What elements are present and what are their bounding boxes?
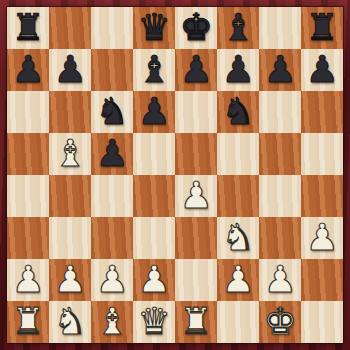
white-knight-f3[interactable]: ♞ [221,219,254,256]
white-pawn-a2[interactable]: ♟ [11,261,44,298]
square-e6[interactable] [175,91,217,133]
square-e4[interactable]: ♟ [175,175,217,217]
black-bishop-f8[interactable]: ♝ [221,9,254,46]
square-a3[interactable] [7,217,49,259]
square-g6[interactable] [259,91,301,133]
square-d3[interactable] [133,217,175,259]
black-rook-a8[interactable]: ♜ [11,9,44,46]
black-rook-h8[interactable]: ♜ [305,9,338,46]
black-pawn-d6[interactable]: ♟ [137,93,170,130]
square-e5[interactable] [175,133,217,175]
white-pawn-g2[interactable]: ♟ [263,261,296,298]
square-b6[interactable] [49,91,91,133]
white-pawn-f2[interactable]: ♟ [221,261,254,298]
white-pawn-d2[interactable]: ♟ [137,261,170,298]
black-pawn-e7[interactable]: ♟ [179,51,212,88]
square-f7[interactable]: ♟ [217,49,259,91]
square-f4[interactable] [217,175,259,217]
square-h2[interactable] [301,259,343,301]
square-g1[interactable]: ♚ [259,301,301,343]
square-c3[interactable] [91,217,133,259]
black-pawn-f7[interactable]: ♟ [221,51,254,88]
square-g8[interactable] [259,7,301,49]
black-pawn-b7[interactable]: ♟ [53,51,86,88]
white-pawn-e4[interactable]: ♟ [179,177,212,214]
square-b8[interactable] [49,7,91,49]
square-e8[interactable]: ♚ [175,7,217,49]
square-a2[interactable]: ♟ [7,259,49,301]
white-bishop-b5[interactable]: ♝ [53,135,86,172]
square-h5[interactable] [301,133,343,175]
white-pawn-c2[interactable]: ♟ [95,261,128,298]
square-d5[interactable] [133,133,175,175]
chess-board: ♜♛♚♝♜♟♟♝♟♟♟♟♞♟♞♝♟♟♞♟♟♟♟♟♟♟♜♞♝♛♜♚ [7,7,343,343]
black-king-e8[interactable]: ♚ [179,9,212,46]
square-h4[interactable] [301,175,343,217]
square-c5[interactable]: ♟ [91,133,133,175]
square-d2[interactable]: ♟ [133,259,175,301]
square-a8[interactable]: ♜ [7,7,49,49]
square-d7[interactable]: ♝ [133,49,175,91]
square-a5[interactable] [7,133,49,175]
white-rook-e1[interactable]: ♜ [179,303,212,340]
square-c4[interactable] [91,175,133,217]
square-a4[interactable] [7,175,49,217]
black-pawn-h7[interactable]: ♟ [305,51,338,88]
white-pawn-b2[interactable]: ♟ [53,261,86,298]
square-a1[interactable]: ♜ [7,301,49,343]
square-c8[interactable] [91,7,133,49]
black-pawn-g7[interactable]: ♟ [263,51,296,88]
white-queen-d1[interactable]: ♛ [137,303,170,340]
black-knight-c6[interactable]: ♞ [95,93,128,130]
square-c6[interactable]: ♞ [91,91,133,133]
square-h6[interactable] [301,91,343,133]
square-f3[interactable]: ♞ [217,217,259,259]
black-pawn-c5[interactable]: ♟ [95,135,128,172]
square-b1[interactable]: ♞ [49,301,91,343]
square-b2[interactable]: ♟ [49,259,91,301]
board-frame: ♜♛♚♝♜♟♟♝♟♟♟♟♞♟♞♝♟♟♞♟♟♟♟♟♟♟♜♞♝♛♜♚ [0,0,350,350]
square-f6[interactable]: ♞ [217,91,259,133]
square-f1[interactable] [217,301,259,343]
square-h3[interactable]: ♟ [301,217,343,259]
square-c2[interactable]: ♟ [91,259,133,301]
square-e3[interactable] [175,217,217,259]
square-b7[interactable]: ♟ [49,49,91,91]
square-d8[interactable]: ♛ [133,7,175,49]
square-b3[interactable] [49,217,91,259]
square-f5[interactable] [217,133,259,175]
square-c1[interactable]: ♝ [91,301,133,343]
square-h1[interactable] [301,301,343,343]
white-pawn-h3[interactable]: ♟ [305,219,338,256]
white-rook-a1[interactable]: ♜ [11,303,44,340]
black-queen-d8[interactable]: ♛ [137,9,170,46]
square-d4[interactable] [133,175,175,217]
white-knight-b1[interactable]: ♞ [53,303,86,340]
square-c7[interactable] [91,49,133,91]
black-pawn-a7[interactable]: ♟ [11,51,44,88]
square-d6[interactable]: ♟ [133,91,175,133]
square-g4[interactable] [259,175,301,217]
black-knight-f6[interactable]: ♞ [221,93,254,130]
square-d1[interactable]: ♛ [133,301,175,343]
black-bishop-d7[interactable]: ♝ [137,51,170,88]
square-e2[interactable] [175,259,217,301]
square-g2[interactable]: ♟ [259,259,301,301]
square-e1[interactable]: ♜ [175,301,217,343]
square-f8[interactable]: ♝ [217,7,259,49]
square-g3[interactable] [259,217,301,259]
square-g7[interactable]: ♟ [259,49,301,91]
square-b5[interactable]: ♝ [49,133,91,175]
square-f2[interactable]: ♟ [217,259,259,301]
square-e7[interactable]: ♟ [175,49,217,91]
square-b4[interactable] [49,175,91,217]
square-a6[interactable] [7,91,49,133]
square-h8[interactable]: ♜ [301,7,343,49]
square-a7[interactable]: ♟ [7,49,49,91]
square-h7[interactable]: ♟ [301,49,343,91]
square-g5[interactable] [259,133,301,175]
white-bishop-c1[interactable]: ♝ [95,303,128,340]
white-king-g1[interactable]: ♚ [263,303,296,340]
